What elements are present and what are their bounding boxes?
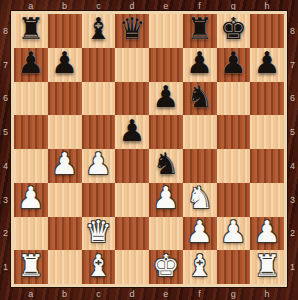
square-e8[interactable] [149,14,183,48]
piece-white-pawn-a3[interactable]: ♟ [17,183,44,213]
rank-label-4-left: 4 [0,149,11,183]
square-c7[interactable] [82,48,116,82]
piece-black-pawn-f7[interactable]: ♟ [186,48,213,78]
piece-white-pawn-e3[interactable]: ♟ [152,183,179,213]
square-f8[interactable]: ♜ [183,14,217,48]
piece-black-pawn-b7[interactable]: ♟ [51,48,78,78]
file-labels-bottom: abcdefgh [14,288,284,300]
square-d7[interactable] [115,48,149,82]
square-g2[interactable]: ♟ [217,217,251,251]
piece-white-pawn-f2[interactable]: ♟ [186,217,213,247]
square-g5[interactable] [217,115,251,149]
square-b8[interactable] [48,14,82,48]
square-a5[interactable] [14,115,48,149]
piece-black-pawn-g7[interactable]: ♟ [220,48,247,78]
piece-white-pawn-b4[interactable]: ♟ [51,149,78,179]
square-h3[interactable] [250,183,284,217]
rank-label-4-right: 4 [287,149,298,183]
rank-label-2-left: 2 [0,217,11,251]
file-label-f-bottom: f [183,288,217,300]
piece-white-rook-h1[interactable]: ♜ [254,251,281,281]
file-label-b-bottom: b [48,288,82,300]
piece-black-bishop-c8[interactable]: ♝ [85,14,112,44]
square-f4[interactable] [183,149,217,183]
square-a4[interactable] [14,149,48,183]
square-d3[interactable] [115,183,149,217]
square-c1[interactable]: ♝ [82,250,116,284]
piece-white-bishop-f1[interactable]: ♝ [186,251,213,281]
file-label-e-bottom: e [149,288,183,300]
square-h4[interactable] [250,149,284,183]
square-a6[interactable] [14,82,48,116]
piece-black-knight-f6[interactable]: ♞ [186,82,213,112]
rank-labels-right: 87654321 [287,14,298,284]
piece-black-knight-e4[interactable]: ♞ [152,149,179,179]
square-h7[interactable]: ♟ [250,48,284,82]
square-e5[interactable] [149,115,183,149]
square-e1[interactable]: ♚ [149,250,183,284]
rank-label-8-right: 8 [287,14,298,48]
piece-white-king-e1[interactable]: ♚ [152,251,179,281]
rank-label-3-right: 3 [287,183,298,217]
square-a3[interactable]: ♟ [14,183,48,217]
square-g7[interactable]: ♟ [217,48,251,82]
square-g1[interactable] [217,250,251,284]
square-b2[interactable] [48,217,82,251]
rank-label-2-right: 2 [287,217,298,251]
rank-label-7-right: 7 [287,48,298,82]
square-a1[interactable]: ♜ [14,250,48,284]
piece-black-king-g8[interactable]: ♚ [220,14,247,44]
square-h8[interactable] [250,14,284,48]
square-c6[interactable] [82,82,116,116]
piece-black-pawn-h7[interactable]: ♟ [254,48,281,78]
file-label-h-bottom: h [250,288,284,300]
square-e4[interactable]: ♞ [149,149,183,183]
square-b3[interactable] [48,183,82,217]
square-h2[interactable]: ♟ [250,217,284,251]
square-f6[interactable]: ♞ [183,82,217,116]
square-h1[interactable]: ♜ [250,250,284,284]
file-label-a-bottom: a [14,288,48,300]
square-f1[interactable]: ♝ [183,250,217,284]
square-d5[interactable]: ♟ [115,115,149,149]
piece-black-queen-d8[interactable]: ♛ [119,14,146,44]
piece-black-pawn-e6[interactable]: ♟ [152,82,179,112]
rank-label-1-right: 1 [287,250,298,284]
square-g4[interactable] [217,149,251,183]
piece-white-rook-a1[interactable]: ♜ [17,251,44,281]
rank-label-5-left: 5 [0,115,11,149]
rank-label-3-left: 3 [0,183,11,217]
square-h6[interactable] [250,82,284,116]
piece-black-pawn-a7[interactable]: ♟ [17,48,44,78]
piece-white-knight-f3[interactable]: ♞ [186,183,213,213]
square-f3[interactable]: ♞ [183,183,217,217]
rank-label-6-left: 6 [0,82,11,116]
square-b5[interactable] [48,115,82,149]
rank-label-1-left: 1 [0,250,11,284]
square-e2[interactable] [149,217,183,251]
square-f5[interactable] [183,115,217,149]
piece-white-pawn-g2[interactable]: ♟ [220,217,247,247]
square-d2[interactable] [115,217,149,251]
file-label-g-bottom: g [217,288,251,300]
square-c5[interactable] [82,115,116,149]
chess-board: ♜♝♛♜♚♟♟♟♟♟♟♞♟♟♟♞♟♟♞♛♟♟♟♜♝♚♝♜ [11,11,287,287]
file-label-d-bottom: d [115,288,149,300]
square-a7[interactable]: ♟ [14,48,48,82]
rank-labels-left: 87654321 [0,14,11,284]
square-g8[interactable]: ♚ [217,14,251,48]
chess-app-window: abcdefgh abcdefgh 87654321 87654321 ♜♝♛♜… [0,0,298,300]
rank-label-5-right: 5 [287,115,298,149]
file-label-c-bottom: c [82,288,116,300]
piece-white-pawn-h2[interactable]: ♟ [254,217,281,247]
square-e7[interactable] [149,48,183,82]
piece-black-rook-a8[interactable]: ♜ [17,14,44,44]
rank-label-8-left: 8 [0,14,11,48]
rank-label-6-right: 6 [287,82,298,116]
square-a2[interactable] [14,217,48,251]
square-f2[interactable]: ♟ [183,217,217,251]
square-c3[interactable] [82,183,116,217]
square-d1[interactable] [115,250,149,284]
square-f7[interactable]: ♟ [183,48,217,82]
square-a8[interactable]: ♜ [14,14,48,48]
piece-white-pawn-c4[interactable]: ♟ [85,149,112,179]
square-b1[interactable] [48,250,82,284]
piece-black-pawn-d5[interactable]: ♟ [119,116,146,146]
piece-white-bishop-c1[interactable]: ♝ [85,251,112,281]
square-b6[interactable] [48,82,82,116]
square-c8[interactable]: ♝ [82,14,116,48]
square-c4[interactable]: ♟ [82,149,116,183]
square-h5[interactable] [250,115,284,149]
piece-black-rook-f8[interactable]: ♜ [186,14,213,44]
square-d4[interactable] [115,149,149,183]
piece-white-queen-c2[interactable]: ♛ [85,217,112,247]
square-d6[interactable] [115,82,149,116]
square-d8[interactable]: ♛ [115,14,149,48]
rank-label-7-left: 7 [0,48,11,82]
square-g6[interactable] [217,82,251,116]
square-b4[interactable]: ♟ [48,149,82,183]
square-b7[interactable]: ♟ [48,48,82,82]
square-c2[interactable]: ♛ [82,217,116,251]
square-e3[interactable]: ♟ [149,183,183,217]
square-g3[interactable] [217,183,251,217]
square-e6[interactable]: ♟ [149,82,183,116]
